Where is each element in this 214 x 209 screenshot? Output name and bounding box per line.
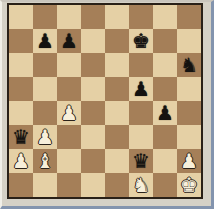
square-f2[interactable]: ♛ — [129, 149, 153, 173]
chess-board[interactable]: ♟♟♚♞♟♟♟♛♟♟♝♛♟♞♚ — [9, 5, 201, 197]
square-b2[interactable]: ♝ — [33, 149, 57, 173]
square-b1[interactable] — [33, 173, 57, 197]
square-a2[interactable]: ♟ — [9, 149, 33, 173]
square-d6[interactable] — [81, 53, 105, 77]
square-d7[interactable] — [81, 29, 105, 53]
square-e8[interactable] — [105, 5, 129, 29]
square-h2[interactable]: ♟ — [177, 149, 201, 173]
white-pawn[interactable]: ♟ — [33, 125, 57, 149]
square-e5[interactable] — [105, 77, 129, 101]
square-a7[interactable] — [9, 29, 33, 53]
square-a8[interactable] — [9, 5, 33, 29]
square-d8[interactable] — [81, 5, 105, 29]
square-c4[interactable]: ♟ — [57, 101, 81, 125]
square-d1[interactable] — [81, 173, 105, 197]
square-b3[interactable]: ♟ — [33, 125, 57, 149]
white-pawn[interactable]: ♟ — [9, 149, 33, 173]
square-b5[interactable] — [33, 77, 57, 101]
square-a4[interactable] — [9, 101, 33, 125]
square-e1[interactable] — [105, 173, 129, 197]
square-h1[interactable]: ♚ — [177, 173, 201, 197]
square-e2[interactable] — [105, 149, 129, 173]
square-f4[interactable] — [129, 101, 153, 125]
black-queen[interactable]: ♛ — [129, 149, 153, 173]
black-pawn[interactable]: ♟ — [153, 101, 177, 125]
square-f1[interactable]: ♞ — [129, 173, 153, 197]
black-pawn[interactable]: ♟ — [129, 77, 153, 101]
square-d2[interactable] — [81, 149, 105, 173]
square-g1[interactable] — [153, 173, 177, 197]
square-b4[interactable] — [33, 101, 57, 125]
white-king[interactable]: ♚ — [177, 173, 201, 197]
square-f5[interactable]: ♟ — [129, 77, 153, 101]
board-frame: ♟♟♚♞♟♟♟♛♟♟♝♛♟♞♚ — [7, 3, 203, 199]
square-c1[interactable] — [57, 173, 81, 197]
square-g2[interactable] — [153, 149, 177, 173]
square-a5[interactable] — [9, 77, 33, 101]
square-a1[interactable] — [9, 173, 33, 197]
square-f7[interactable]: ♚ — [129, 29, 153, 53]
square-d4[interactable] — [81, 101, 105, 125]
square-g5[interactable] — [153, 77, 177, 101]
white-bishop[interactable]: ♝ — [33, 149, 57, 173]
square-g7[interactable] — [153, 29, 177, 53]
square-b8[interactable] — [33, 5, 57, 29]
square-h8[interactable] — [177, 5, 201, 29]
black-queen[interactable]: ♛ — [9, 125, 33, 149]
white-pawn[interactable]: ♟ — [57, 101, 81, 125]
square-a6[interactable] — [9, 53, 33, 77]
white-knight[interactable]: ♞ — [129, 173, 153, 197]
square-c8[interactable] — [57, 5, 81, 29]
square-e3[interactable] — [105, 125, 129, 149]
white-pawn[interactable]: ♟ — [177, 149, 201, 173]
black-knight[interactable]: ♞ — [177, 53, 201, 77]
square-g3[interactable] — [153, 125, 177, 149]
square-f3[interactable] — [129, 125, 153, 149]
square-c3[interactable] — [57, 125, 81, 149]
square-e6[interactable] — [105, 53, 129, 77]
square-g8[interactable] — [153, 5, 177, 29]
square-b7[interactable]: ♟ — [33, 29, 57, 53]
black-king[interactable]: ♚ — [129, 29, 153, 53]
square-f6[interactable] — [129, 53, 153, 77]
square-b6[interactable] — [33, 53, 57, 77]
square-h4[interactable] — [177, 101, 201, 125]
square-h6[interactable]: ♞ — [177, 53, 201, 77]
square-e4[interactable] — [105, 101, 129, 125]
square-g4[interactable]: ♟ — [153, 101, 177, 125]
chess-app-window: ♟♟♚♞♟♟♟♛♟♟♝♛♟♞♚ — [0, 0, 214, 209]
square-e7[interactable] — [105, 29, 129, 53]
square-h7[interactable] — [177, 29, 201, 53]
square-d5[interactable] — [81, 77, 105, 101]
square-c5[interactable] — [57, 77, 81, 101]
square-h5[interactable] — [177, 77, 201, 101]
square-a3[interactable]: ♛ — [9, 125, 33, 149]
square-g6[interactable] — [153, 53, 177, 77]
square-c6[interactable] — [57, 53, 81, 77]
square-f8[interactable] — [129, 5, 153, 29]
black-pawn[interactable]: ♟ — [57, 29, 81, 53]
black-pawn[interactable]: ♟ — [33, 29, 57, 53]
square-c2[interactable] — [57, 149, 81, 173]
square-c7[interactable]: ♟ — [57, 29, 81, 53]
square-d3[interactable] — [81, 125, 105, 149]
square-h3[interactable] — [177, 125, 201, 149]
